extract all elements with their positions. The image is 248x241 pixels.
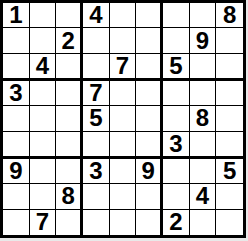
cell-r3c7[interactable]: 5: [163, 54, 190, 81]
cell-r8c9[interactable]: [216, 184, 243, 209]
cell-r7c5[interactable]: [110, 159, 137, 184]
cell-r1c6[interactable]: [136, 3, 163, 28]
cell-r3c8[interactable]: [190, 54, 217, 81]
cell-r9c9[interactable]: [216, 210, 243, 235]
cell-r2c1[interactable]: [3, 28, 30, 53]
cell-r4c3[interactable]: [56, 81, 83, 106]
cell-r2c3[interactable]: 2: [56, 28, 83, 53]
cell-r8c4[interactable]: [83, 184, 110, 209]
cell-r8c3[interactable]: 8: [56, 184, 83, 209]
cell-r2c5[interactable]: [110, 28, 137, 53]
cell-r1c7[interactable]: [163, 3, 190, 28]
cell-r7c3[interactable]: [56, 159, 83, 184]
cell-r5c3[interactable]: [56, 106, 83, 131]
cell-r9c3[interactable]: [56, 210, 83, 235]
cell-r1c9[interactable]: 8: [216, 3, 243, 28]
cell-r3c2[interactable]: 4: [30, 54, 57, 81]
cell-r2c4[interactable]: [83, 28, 110, 53]
cell-r1c2[interactable]: [30, 3, 57, 28]
cell-r1c1[interactable]: 1: [3, 3, 30, 28]
cell-r5c7[interactable]: [163, 106, 190, 131]
cell-r8c6[interactable]: [136, 184, 163, 209]
cell-r1c8[interactable]: [190, 3, 217, 28]
cell-r5c1[interactable]: [3, 106, 30, 131]
cell-r9c8[interactable]: [190, 210, 217, 235]
cell-r4c1[interactable]: 3: [3, 81, 30, 106]
cell-r1c3[interactable]: [56, 3, 83, 28]
cell-r5c6[interactable]: [136, 106, 163, 131]
cell-r3c9[interactable]: [216, 54, 243, 81]
cell-r3c1[interactable]: [3, 54, 30, 81]
cell-r4c8[interactable]: [190, 81, 217, 106]
cell-r6c2[interactable]: [30, 132, 57, 159]
cell-r1c5[interactable]: [110, 3, 137, 28]
cell-r6c9[interactable]: [216, 132, 243, 159]
cell-r5c9[interactable]: [216, 106, 243, 131]
cell-r1c4[interactable]: 4: [83, 3, 110, 28]
cell-r8c7[interactable]: [163, 184, 190, 209]
cell-r9c2[interactable]: 7: [30, 210, 57, 235]
cell-r2c7[interactable]: [163, 28, 190, 53]
cell-r8c1[interactable]: [3, 184, 30, 209]
cell-r3c6[interactable]: [136, 54, 163, 81]
cell-r7c6[interactable]: 9: [136, 159, 163, 184]
cell-r4c2[interactable]: [30, 81, 57, 106]
cell-r4c9[interactable]: [216, 81, 243, 106]
sudoku-board: 148294753758393958472: [0, 0, 246, 238]
cell-r9c1[interactable]: [3, 210, 30, 235]
cell-r5c2[interactable]: [30, 106, 57, 131]
cell-r4c5[interactable]: [110, 81, 137, 106]
cell-r8c5[interactable]: [110, 184, 137, 209]
cell-r4c6[interactable]: [136, 81, 163, 106]
cell-r6c6[interactable]: [136, 132, 163, 159]
cell-r6c8[interactable]: [190, 132, 217, 159]
cell-r2c2[interactable]: [30, 28, 57, 53]
cell-r3c4[interactable]: [83, 54, 110, 81]
cell-r9c7[interactable]: 2: [163, 210, 190, 235]
cell-r8c2[interactable]: [30, 184, 57, 209]
cell-r2c9[interactable]: [216, 28, 243, 53]
cell-r7c1[interactable]: 9: [3, 159, 30, 184]
cell-r6c1[interactable]: [3, 132, 30, 159]
cell-r4c7[interactable]: [163, 81, 190, 106]
cell-r7c2[interactable]: [30, 159, 57, 184]
cell-r5c8[interactable]: 8: [190, 106, 217, 131]
cell-r7c7[interactable]: [163, 159, 190, 184]
cell-r7c8[interactable]: [190, 159, 217, 184]
cell-r9c5[interactable]: [110, 210, 137, 235]
cell-r9c6[interactable]: [136, 210, 163, 235]
cell-r3c3[interactable]: [56, 54, 83, 81]
cell-r5c5[interactable]: [110, 106, 137, 131]
cell-r7c4[interactable]: 3: [83, 159, 110, 184]
cell-r3c5[interactable]: 7: [110, 54, 137, 81]
cell-r2c8[interactable]: 9: [190, 28, 217, 53]
cell-r2c6[interactable]: [136, 28, 163, 53]
cell-r9c4[interactable]: [83, 210, 110, 235]
cell-r6c5[interactable]: [110, 132, 137, 159]
cell-r6c4[interactable]: [83, 132, 110, 159]
cell-r6c3[interactable]: [56, 132, 83, 159]
cell-r4c4[interactable]: 7: [83, 81, 110, 106]
cell-r7c9[interactable]: 5: [216, 159, 243, 184]
cell-r8c8[interactable]: 4: [190, 184, 217, 209]
cell-r5c4[interactable]: 5: [83, 106, 110, 131]
cell-r6c7[interactable]: 3: [163, 132, 190, 159]
